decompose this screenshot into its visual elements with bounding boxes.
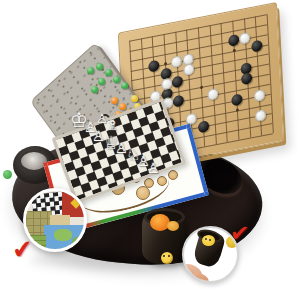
checkmark-left: ✔ xyxy=(11,236,34,263)
checkmark-right: ✔ xyxy=(229,221,250,245)
product-photo-multi-game-set: ♔♙♙♗♙♕♙♘♙♙ ✔ ✔ xyxy=(0,0,300,300)
inset-board-collage xyxy=(23,188,87,252)
collage-map-land1 xyxy=(54,229,72,241)
inset-yellow-die xyxy=(202,235,215,246)
chess-piece-white: ♙ xyxy=(147,161,160,175)
chess-piece-white: ♗ xyxy=(105,117,119,133)
orange-die-small xyxy=(167,221,179,231)
smiley-token xyxy=(161,252,173,264)
